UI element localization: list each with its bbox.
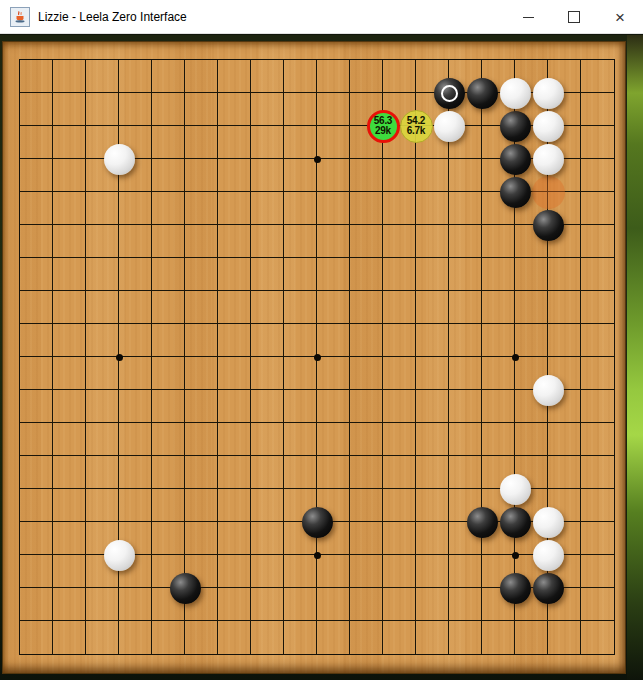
grid-cell — [515, 423, 548, 456]
black-stone-O18 — [434, 78, 465, 109]
grid-cell — [449, 324, 482, 357]
grid-cell — [251, 93, 284, 126]
grid-cell — [350, 192, 383, 225]
grid-cell — [185, 357, 218, 390]
grid-cell — [449, 225, 482, 258]
grid-cell — [185, 390, 218, 423]
grid-cell — [416, 159, 449, 192]
window-controls: × — [505, 0, 643, 34]
grid-cell — [581, 159, 614, 192]
grid-cell — [548, 324, 581, 357]
grid-cell — [251, 555, 284, 588]
grid-cell — [581, 423, 614, 456]
grid-cell — [482, 423, 515, 456]
grid-cell — [284, 291, 317, 324]
black-stone-K5 — [302, 507, 333, 538]
grid-cell — [218, 258, 251, 291]
grid-cell — [449, 621, 482, 654]
grid-cell — [251, 588, 284, 621]
grid-cell — [581, 225, 614, 258]
minimize-button[interactable] — [505, 0, 551, 34]
grid-cell — [20, 621, 53, 654]
grid-cell — [548, 258, 581, 291]
grid-cell — [449, 423, 482, 456]
grid-cell — [416, 192, 449, 225]
grid-cell — [515, 324, 548, 357]
grid-cell — [185, 60, 218, 93]
black-stone-R14 — [533, 210, 564, 241]
grid-cell — [416, 324, 449, 357]
grid-cell — [251, 324, 284, 357]
grid-cell — [20, 93, 53, 126]
close-icon: × — [615, 9, 625, 26]
grid-cell — [251, 225, 284, 258]
grid-cell — [86, 621, 119, 654]
grid-cell — [20, 390, 53, 423]
grid-cell — [185, 489, 218, 522]
black-stone-Q3 — [500, 573, 531, 604]
white-stone-R4 — [533, 540, 564, 571]
grid-cell — [383, 291, 416, 324]
grid-cell — [53, 60, 86, 93]
grid-cell — [548, 291, 581, 324]
grid-cell — [152, 60, 185, 93]
grid-cell — [317, 423, 350, 456]
grid-cell — [218, 456, 251, 489]
grid-cell — [53, 390, 86, 423]
grid-cell — [218, 159, 251, 192]
grid-cell — [416, 522, 449, 555]
grid-cell — [317, 324, 350, 357]
grid-cell — [284, 324, 317, 357]
grid-cell — [383, 423, 416, 456]
grid-cell — [185, 159, 218, 192]
grid-cell — [482, 621, 515, 654]
suggestion-visits: 6.7k — [407, 126, 425, 136]
black-stone-Q15 — [500, 177, 531, 208]
grid-cell — [86, 291, 119, 324]
grid-cell — [20, 192, 53, 225]
grid-cell — [185, 324, 218, 357]
grid-cell — [383, 357, 416, 390]
grid-cell — [317, 225, 350, 258]
grid-cell — [53, 225, 86, 258]
black-stone-P18 — [467, 78, 498, 109]
grid-cell — [317, 159, 350, 192]
grid-cell — [350, 555, 383, 588]
grid-cell — [284, 126, 317, 159]
grid-cell — [482, 357, 515, 390]
grid-cell — [317, 258, 350, 291]
java-app-icon — [10, 7, 30, 27]
suggestion-visits: 29k — [375, 126, 391, 136]
grid-cell — [20, 258, 53, 291]
grid-cell — [581, 258, 614, 291]
grid-cell — [218, 192, 251, 225]
grid-cell — [284, 621, 317, 654]
grid-cell — [284, 225, 317, 258]
grid-cell — [152, 258, 185, 291]
grid-cell — [53, 588, 86, 621]
grid-cell — [482, 390, 515, 423]
grid-cell — [251, 258, 284, 291]
grid-cell — [548, 423, 581, 456]
close-button[interactable]: × — [597, 0, 643, 34]
grid-cell — [119, 489, 152, 522]
grid-cell — [317, 192, 350, 225]
grid-cell — [581, 456, 614, 489]
grid-cell — [218, 225, 251, 258]
grid-cell — [350, 456, 383, 489]
grid-cell — [185, 126, 218, 159]
grid-cell — [581, 357, 614, 390]
grid-cell — [251, 192, 284, 225]
grid-cell — [86, 423, 119, 456]
grid-cell — [548, 456, 581, 489]
grid-cell — [581, 555, 614, 588]
grid-cell — [20, 126, 53, 159]
grid-cell — [383, 555, 416, 588]
grid-cell — [53, 489, 86, 522]
grid-cell — [251, 489, 284, 522]
white-stone-R18 — [533, 78, 564, 109]
grid-cell — [416, 258, 449, 291]
grid-cell — [383, 522, 416, 555]
grid-cell — [416, 489, 449, 522]
grid-cell — [119, 258, 152, 291]
move-suggestion-N17[interactable]: 54.26.7k — [400, 110, 433, 143]
white-stone-D16 — [104, 144, 135, 175]
grid-cell — [416, 555, 449, 588]
grid-cell — [218, 93, 251, 126]
white-stone-D4 — [104, 540, 135, 571]
grid-cell — [53, 291, 86, 324]
grid-cell — [119, 357, 152, 390]
grid-cell — [152, 93, 185, 126]
star-point-K4 — [314, 552, 321, 559]
grid-cell — [86, 357, 119, 390]
grid-cell — [581, 390, 614, 423]
grid-cell — [350, 225, 383, 258]
grid-cell — [152, 126, 185, 159]
grid-cell — [251, 423, 284, 456]
move-suggestion-M17[interactable]: 56.329k — [367, 110, 400, 143]
grid-cell — [53, 555, 86, 588]
grid-cell — [185, 192, 218, 225]
grid-cell — [119, 456, 152, 489]
grid-cell — [218, 390, 251, 423]
grid-cell — [284, 357, 317, 390]
maximize-icon — [568, 11, 580, 23]
grid-cell — [218, 423, 251, 456]
grid-cell — [383, 588, 416, 621]
grid-cell — [317, 60, 350, 93]
black-stone-Q16 — [500, 144, 531, 175]
grid-cell — [317, 291, 350, 324]
black-stone-Q17 — [500, 111, 531, 142]
grid-cell — [152, 225, 185, 258]
grid-cell — [53, 192, 86, 225]
grid-cell — [218, 60, 251, 93]
grid-cell — [515, 291, 548, 324]
grid-cell — [185, 225, 218, 258]
star-point-Q10 — [512, 354, 519, 361]
grid-cell — [20, 291, 53, 324]
white-stone-Q6 — [500, 474, 531, 505]
app-window: Lizzie - Leela Zero Interface × 56.329k5… — [0, 0, 643, 680]
grid-cell — [482, 291, 515, 324]
grid-cell — [350, 621, 383, 654]
grid-cell — [350, 489, 383, 522]
grid-cell — [86, 192, 119, 225]
go-board[interactable]: 56.329k54.26.7k — [2, 41, 626, 674]
grid-cell — [482, 324, 515, 357]
grid-cell — [185, 291, 218, 324]
grid-cell — [119, 621, 152, 654]
window-title: Lizzie - Leela Zero Interface — [38, 10, 187, 24]
grid-cell — [218, 555, 251, 588]
grid-cell — [218, 489, 251, 522]
background-image-strip — [627, 35, 643, 680]
grid-cell — [251, 390, 284, 423]
grid-cell — [53, 258, 86, 291]
grid-cell — [350, 60, 383, 93]
grid-cell — [53, 324, 86, 357]
grid-cell — [185, 93, 218, 126]
grid-cell — [350, 291, 383, 324]
grid-cell — [284, 390, 317, 423]
grid-cell — [317, 126, 350, 159]
grid-cell — [449, 456, 482, 489]
last-move-marker — [441, 85, 458, 102]
grid-cell — [251, 291, 284, 324]
maximize-button[interactable] — [551, 0, 597, 34]
grid-cell — [185, 258, 218, 291]
grid-cell — [152, 324, 185, 357]
grid-cell — [251, 522, 284, 555]
star-point-K10 — [314, 354, 321, 361]
white-stone-R17 — [533, 111, 564, 142]
grid-cell — [53, 456, 86, 489]
grid-cell — [383, 60, 416, 93]
grid-cell — [581, 60, 614, 93]
grid-cell — [152, 489, 185, 522]
grid-cell — [350, 258, 383, 291]
grid-cell — [350, 357, 383, 390]
grid-cell — [119, 390, 152, 423]
grid-cell — [416, 291, 449, 324]
grid-cell — [383, 192, 416, 225]
grid-cell — [284, 159, 317, 192]
grid-cell — [152, 291, 185, 324]
grid-cell — [251, 126, 284, 159]
grid-cell — [416, 390, 449, 423]
grid-cell — [449, 159, 482, 192]
grid-cell — [20, 588, 53, 621]
grid-cell — [581, 588, 614, 621]
grid-cell — [152, 621, 185, 654]
grid-cell — [20, 159, 53, 192]
grid-cell — [53, 522, 86, 555]
grid-cell — [218, 126, 251, 159]
grid-cell — [185, 456, 218, 489]
grid-cell — [53, 159, 86, 192]
star-point-K16 — [314, 156, 321, 163]
grid-cell — [416, 225, 449, 258]
grid-cell — [251, 456, 284, 489]
grid-cell — [20, 423, 53, 456]
grid-cell — [581, 192, 614, 225]
faint-suggestion-R15[interactable] — [532, 176, 565, 209]
white-stone-O17 — [434, 111, 465, 142]
grid-cell — [152, 357, 185, 390]
grid-cell — [416, 423, 449, 456]
grid-cell — [218, 291, 251, 324]
grid-cell — [449, 588, 482, 621]
grid-cell — [383, 621, 416, 654]
grid-cell — [86, 324, 119, 357]
grid-cell — [482, 258, 515, 291]
grid-cell — [119, 324, 152, 357]
grid-cell — [185, 621, 218, 654]
grid-cell — [383, 159, 416, 192]
grid-cell — [581, 126, 614, 159]
grid-cell — [284, 258, 317, 291]
grid-cell — [581, 522, 614, 555]
grid-cell — [449, 555, 482, 588]
grid-cell — [383, 324, 416, 357]
grid-cell — [449, 291, 482, 324]
grid-cell — [515, 258, 548, 291]
title-bar[interactable]: Lizzie - Leela Zero Interface × — [0, 0, 643, 34]
grid-cell — [317, 390, 350, 423]
grid-cell — [449, 258, 482, 291]
grid-cell — [284, 456, 317, 489]
grid-cell — [482, 225, 515, 258]
grid-cell — [218, 588, 251, 621]
grid-cell — [416, 357, 449, 390]
white-stone-Q18 — [500, 78, 531, 109]
grid-cell — [119, 225, 152, 258]
grid-cell — [218, 324, 251, 357]
grid-cell — [581, 621, 614, 654]
grid-cell — [284, 588, 317, 621]
black-stone-R3 — [533, 573, 564, 604]
grid-cell — [119, 291, 152, 324]
grid-cell — [350, 588, 383, 621]
grid-cell — [152, 423, 185, 456]
grid-cell — [86, 93, 119, 126]
grid-cell — [86, 588, 119, 621]
grid-cell — [119, 93, 152, 126]
grid-cell — [185, 522, 218, 555]
grid-cell — [581, 489, 614, 522]
grid-cell — [152, 390, 185, 423]
star-point-D10 — [116, 354, 123, 361]
grid-cell — [317, 357, 350, 390]
grid-cell — [383, 258, 416, 291]
grid-cell — [86, 390, 119, 423]
grid-cell — [20, 357, 53, 390]
grid-cell — [53, 621, 86, 654]
grid-cell — [416, 456, 449, 489]
grid-cell — [284, 555, 317, 588]
grid-cell — [20, 456, 53, 489]
grid-cell — [284, 93, 317, 126]
star-point-Q4 — [512, 552, 519, 559]
grid-cell — [53, 126, 86, 159]
grid-cell — [449, 357, 482, 390]
grid-cell — [350, 522, 383, 555]
grid-cell — [350, 390, 383, 423]
grid-cell — [251, 357, 284, 390]
grid-cell — [548, 621, 581, 654]
grid-cell — [284, 192, 317, 225]
grid-cell — [350, 423, 383, 456]
grid-cell — [53, 357, 86, 390]
grid-cell — [284, 423, 317, 456]
grid-cell — [581, 93, 614, 126]
white-stone-R9 — [533, 375, 564, 406]
grid-cell — [317, 588, 350, 621]
grid-cell — [152, 159, 185, 192]
grid-cell — [218, 621, 251, 654]
grid-cell — [20, 324, 53, 357]
content-area: 56.329k54.26.7k — [0, 35, 643, 680]
grid-cell — [284, 60, 317, 93]
grid-cell — [86, 60, 119, 93]
grid-cell — [251, 159, 284, 192]
grid-cell — [152, 522, 185, 555]
grid-cell — [86, 456, 119, 489]
grid-cell — [317, 456, 350, 489]
grid-cell — [515, 621, 548, 654]
grid-cell — [53, 93, 86, 126]
grid-cell — [317, 555, 350, 588]
grid-cell — [251, 621, 284, 654]
black-stone-F3 — [170, 573, 201, 604]
grid-cell — [251, 60, 284, 93]
grid-cell — [119, 588, 152, 621]
grid-cell — [86, 489, 119, 522]
grid-cell — [185, 423, 218, 456]
grid-cell — [20, 225, 53, 258]
grid-cell — [86, 258, 119, 291]
black-stone-P5 — [467, 507, 498, 538]
grid-cell — [53, 423, 86, 456]
grid-cell — [20, 60, 53, 93]
grid-cell — [449, 390, 482, 423]
grid-cell — [581, 291, 614, 324]
white-stone-R16 — [533, 144, 564, 175]
grid-cell — [119, 60, 152, 93]
black-stone-Q5 — [500, 507, 531, 538]
grid-cell — [152, 192, 185, 225]
grid-cell — [350, 159, 383, 192]
grid-cell — [383, 456, 416, 489]
white-stone-R5 — [533, 507, 564, 538]
grid-cell — [383, 225, 416, 258]
grid-cell — [218, 522, 251, 555]
grid-cell — [20, 489, 53, 522]
grid-cell — [317, 93, 350, 126]
grid-cell — [383, 390, 416, 423]
grid-cell — [119, 423, 152, 456]
grid-cell — [449, 192, 482, 225]
grid-cell — [317, 621, 350, 654]
grid-cell — [20, 555, 53, 588]
grid-cell — [416, 621, 449, 654]
